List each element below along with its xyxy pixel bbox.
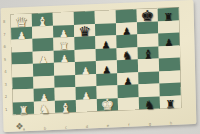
square-f8[interactable] xyxy=(116,9,137,22)
square-g1[interactable]: ♞ xyxy=(139,96,160,109)
square-f3[interactable]: ♟ xyxy=(117,72,138,85)
square-f4[interactable] xyxy=(117,59,138,72)
square-d7[interactable]: ♛ xyxy=(74,24,95,37)
square-a7[interactable]: ♟ xyxy=(11,26,32,39)
square-g4[interactable] xyxy=(138,58,159,71)
square-e5[interactable] xyxy=(96,48,117,61)
square-g2[interactable] xyxy=(138,83,159,96)
square-b7[interactable] xyxy=(32,25,53,38)
black-rook[interactable]: ♜ xyxy=(165,99,175,110)
file-coordinate-c: c xyxy=(59,125,73,130)
square-d3[interactable] xyxy=(75,74,96,87)
square-g6[interactable] xyxy=(137,33,158,46)
square-h6[interactable]: ♟ xyxy=(158,33,179,46)
square-d2[interactable]: ♟ xyxy=(76,86,97,99)
square-b6[interactable] xyxy=(32,38,53,51)
square-e4[interactable]: ♟ xyxy=(96,60,117,73)
square-g3[interactable] xyxy=(138,71,159,84)
rank-coordinate-4: 4 xyxy=(4,67,9,75)
white-king[interactable]: ♚ xyxy=(101,97,115,113)
rank-coordinate-8: 8 xyxy=(3,17,8,25)
square-g7[interactable] xyxy=(137,21,158,34)
square-d4[interactable]: ♟ xyxy=(75,61,96,74)
square-b5[interactable]: ♟ xyxy=(33,50,54,63)
square-a4[interactable] xyxy=(12,64,33,77)
square-d1[interactable] xyxy=(76,99,97,112)
square-a5[interactable] xyxy=(12,51,33,64)
file-coordinate-a: a xyxy=(17,126,31,131)
chess-board: ♛♝♚♜♟♟♛♟♜♟♟♟♟♞♝♟♟♟♟♟♜♞♝♚♞♜ ❖ abcdefgh123… xyxy=(1,0,197,132)
square-d6[interactable] xyxy=(74,36,95,49)
file-coordinate-h: h xyxy=(164,120,178,125)
square-f7[interactable]: ♟ xyxy=(116,22,137,35)
square-a6[interactable] xyxy=(11,39,32,52)
black-knight[interactable]: ♞ xyxy=(144,99,155,111)
square-a8[interactable]: ♛ xyxy=(11,14,32,27)
file-coordinate-g: g xyxy=(143,121,157,126)
white-rook[interactable]: ♜ xyxy=(19,105,29,116)
square-b8[interactable]: ♝ xyxy=(32,13,53,26)
file-coordinate-f: f xyxy=(122,122,136,127)
square-g8[interactable]: ♚ xyxy=(137,8,158,21)
square-e6[interactable]: ♟ xyxy=(95,35,116,48)
square-b1[interactable]: ♞ xyxy=(34,100,55,113)
square-c4[interactable] xyxy=(54,62,75,75)
square-e7[interactable] xyxy=(95,23,116,36)
rank-coordinate-7: 7 xyxy=(3,29,8,37)
square-f1[interactable] xyxy=(118,97,139,110)
square-e1[interactable]: ♚ xyxy=(97,98,118,111)
square-h7[interactable] xyxy=(158,20,179,33)
white-bishop[interactable]: ♝ xyxy=(60,101,72,114)
square-c1[interactable]: ♝ xyxy=(55,99,76,112)
photo-background: ♛♝♚♜♟♟♛♟♜♟♟♟♟♞♝♟♟♟♟♟♜♞♝♚♞♜ ❖ abcdefgh123… xyxy=(0,0,200,134)
square-a1[interactable]: ♜ xyxy=(13,101,34,114)
square-e8[interactable] xyxy=(95,10,116,23)
square-d5[interactable] xyxy=(75,49,96,62)
square-f5[interactable]: ♞ xyxy=(117,47,138,60)
rank-coordinate-2: 2 xyxy=(5,92,10,100)
square-h1[interactable]: ♜ xyxy=(160,95,181,108)
rank-coordinate-6: 6 xyxy=(3,42,8,50)
file-coordinate-b: b xyxy=(38,125,52,130)
square-g5[interactable]: ♝ xyxy=(138,46,159,59)
square-a2[interactable] xyxy=(13,89,34,102)
square-c5[interactable]: ♟ xyxy=(54,49,75,62)
square-c3[interactable] xyxy=(54,74,75,87)
square-a3[interactable] xyxy=(12,76,33,89)
file-coordinate-d: d xyxy=(80,124,94,129)
square-e3[interactable] xyxy=(96,73,117,86)
square-c8[interactable] xyxy=(53,12,74,25)
square-b2[interactable]: ♟ xyxy=(34,88,55,101)
square-f6[interactable] xyxy=(116,34,137,47)
square-c2[interactable] xyxy=(55,87,76,100)
square-h5[interactable] xyxy=(159,45,180,58)
rank-coordinate-1: 1 xyxy=(5,104,10,112)
white-knight[interactable]: ♞ xyxy=(39,103,50,115)
square-f2[interactable] xyxy=(117,84,138,97)
board-grid: ♛♝♚♜♟♟♛♟♜♟♟♟♟♞♝♟♟♟♟♟♜♞♝♚♞♜ xyxy=(11,8,181,115)
square-b4[interactable] xyxy=(33,63,54,76)
square-h4[interactable] xyxy=(159,58,180,71)
square-b3[interactable] xyxy=(33,75,54,88)
square-d8[interactable] xyxy=(74,11,95,24)
rank-coordinate-5: 5 xyxy=(4,54,9,62)
square-c7[interactable]: ♟ xyxy=(53,24,74,37)
square-h3[interactable] xyxy=(159,70,180,83)
square-h2[interactable] xyxy=(159,83,180,96)
square-h8[interactable]: ♜ xyxy=(158,8,179,21)
square-c6[interactable]: ♜ xyxy=(53,37,74,50)
file-coordinate-e: e xyxy=(101,123,115,128)
rank-coordinate-3: 3 xyxy=(4,79,9,87)
